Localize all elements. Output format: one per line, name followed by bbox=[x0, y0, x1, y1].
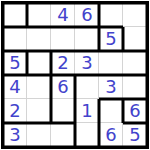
cell-r5c4[interactable]: 1 bbox=[75, 99, 99, 123]
given-digit: 4 bbox=[57, 6, 68, 24]
cell-r6c2[interactable] bbox=[27, 123, 51, 147]
cell-r6c3[interactable] bbox=[51, 123, 75, 147]
cell-r4c6[interactable] bbox=[123, 75, 147, 99]
given-digit: 3 bbox=[81, 54, 92, 72]
cell-r3c5[interactable] bbox=[99, 51, 123, 75]
cell-r2c4[interactable] bbox=[75, 27, 99, 51]
puzzle-container: 465523463216365 bbox=[0, 0, 150, 150]
cell-r5c1[interactable]: 2 bbox=[3, 99, 27, 123]
given-digit: 5 bbox=[129, 126, 140, 144]
given-digit: 2 bbox=[57, 54, 68, 72]
cell-r6c6[interactable]: 5 bbox=[123, 123, 147, 147]
cell-r2c2[interactable] bbox=[27, 27, 51, 51]
cell-r2c1[interactable] bbox=[3, 27, 27, 51]
cell-r6c4[interactable] bbox=[75, 123, 99, 147]
cell-r5c3[interactable] bbox=[51, 99, 75, 123]
given-digit: 3 bbox=[105, 78, 116, 96]
cell-r3c1[interactable]: 5 bbox=[3, 51, 27, 75]
cell-r1c2[interactable] bbox=[27, 3, 51, 27]
cell-r1c5[interactable] bbox=[99, 3, 123, 27]
cell-r2c5[interactable]: 5 bbox=[99, 27, 123, 51]
given-digit: 6 bbox=[81, 6, 92, 24]
cell-r4c2[interactable] bbox=[27, 75, 51, 99]
cell-r3c6[interactable] bbox=[123, 51, 147, 75]
cell-r4c5[interactable]: 3 bbox=[99, 75, 123, 99]
cell-r3c4[interactable]: 3 bbox=[75, 51, 99, 75]
puzzle-board: 465523463216365 bbox=[1, 1, 149, 149]
given-digit: 6 bbox=[57, 78, 68, 96]
given-digit: 1 bbox=[81, 102, 92, 120]
cell-r6c5[interactable]: 6 bbox=[99, 123, 123, 147]
cell-r5c2[interactable] bbox=[27, 99, 51, 123]
given-digit: 5 bbox=[105, 30, 116, 48]
cell-r1c1[interactable] bbox=[3, 3, 27, 27]
cell-r2c3[interactable] bbox=[51, 27, 75, 51]
cell-r1c6[interactable] bbox=[123, 3, 147, 27]
cell-r1c3[interactable]: 4 bbox=[51, 3, 75, 27]
given-digit: 2 bbox=[9, 102, 20, 120]
given-digit: 4 bbox=[9, 78, 20, 96]
cell-r2c6[interactable] bbox=[123, 27, 147, 51]
cell-r1c4[interactable]: 6 bbox=[75, 3, 99, 27]
cell-r5c6[interactable]: 6 bbox=[123, 99, 147, 123]
cell-r4c3[interactable]: 6 bbox=[51, 75, 75, 99]
given-digit: 5 bbox=[9, 54, 20, 72]
cell-r3c3[interactable]: 2 bbox=[51, 51, 75, 75]
cell-r4c1[interactable]: 4 bbox=[3, 75, 27, 99]
cell-r5c5[interactable] bbox=[99, 99, 123, 123]
given-digit: 6 bbox=[129, 102, 140, 120]
cell-r6c1[interactable]: 3 bbox=[3, 123, 27, 147]
given-digit: 3 bbox=[9, 126, 20, 144]
given-digit: 6 bbox=[105, 126, 116, 144]
cell-r4c4[interactable] bbox=[75, 75, 99, 99]
cell-r3c2[interactable] bbox=[27, 51, 51, 75]
